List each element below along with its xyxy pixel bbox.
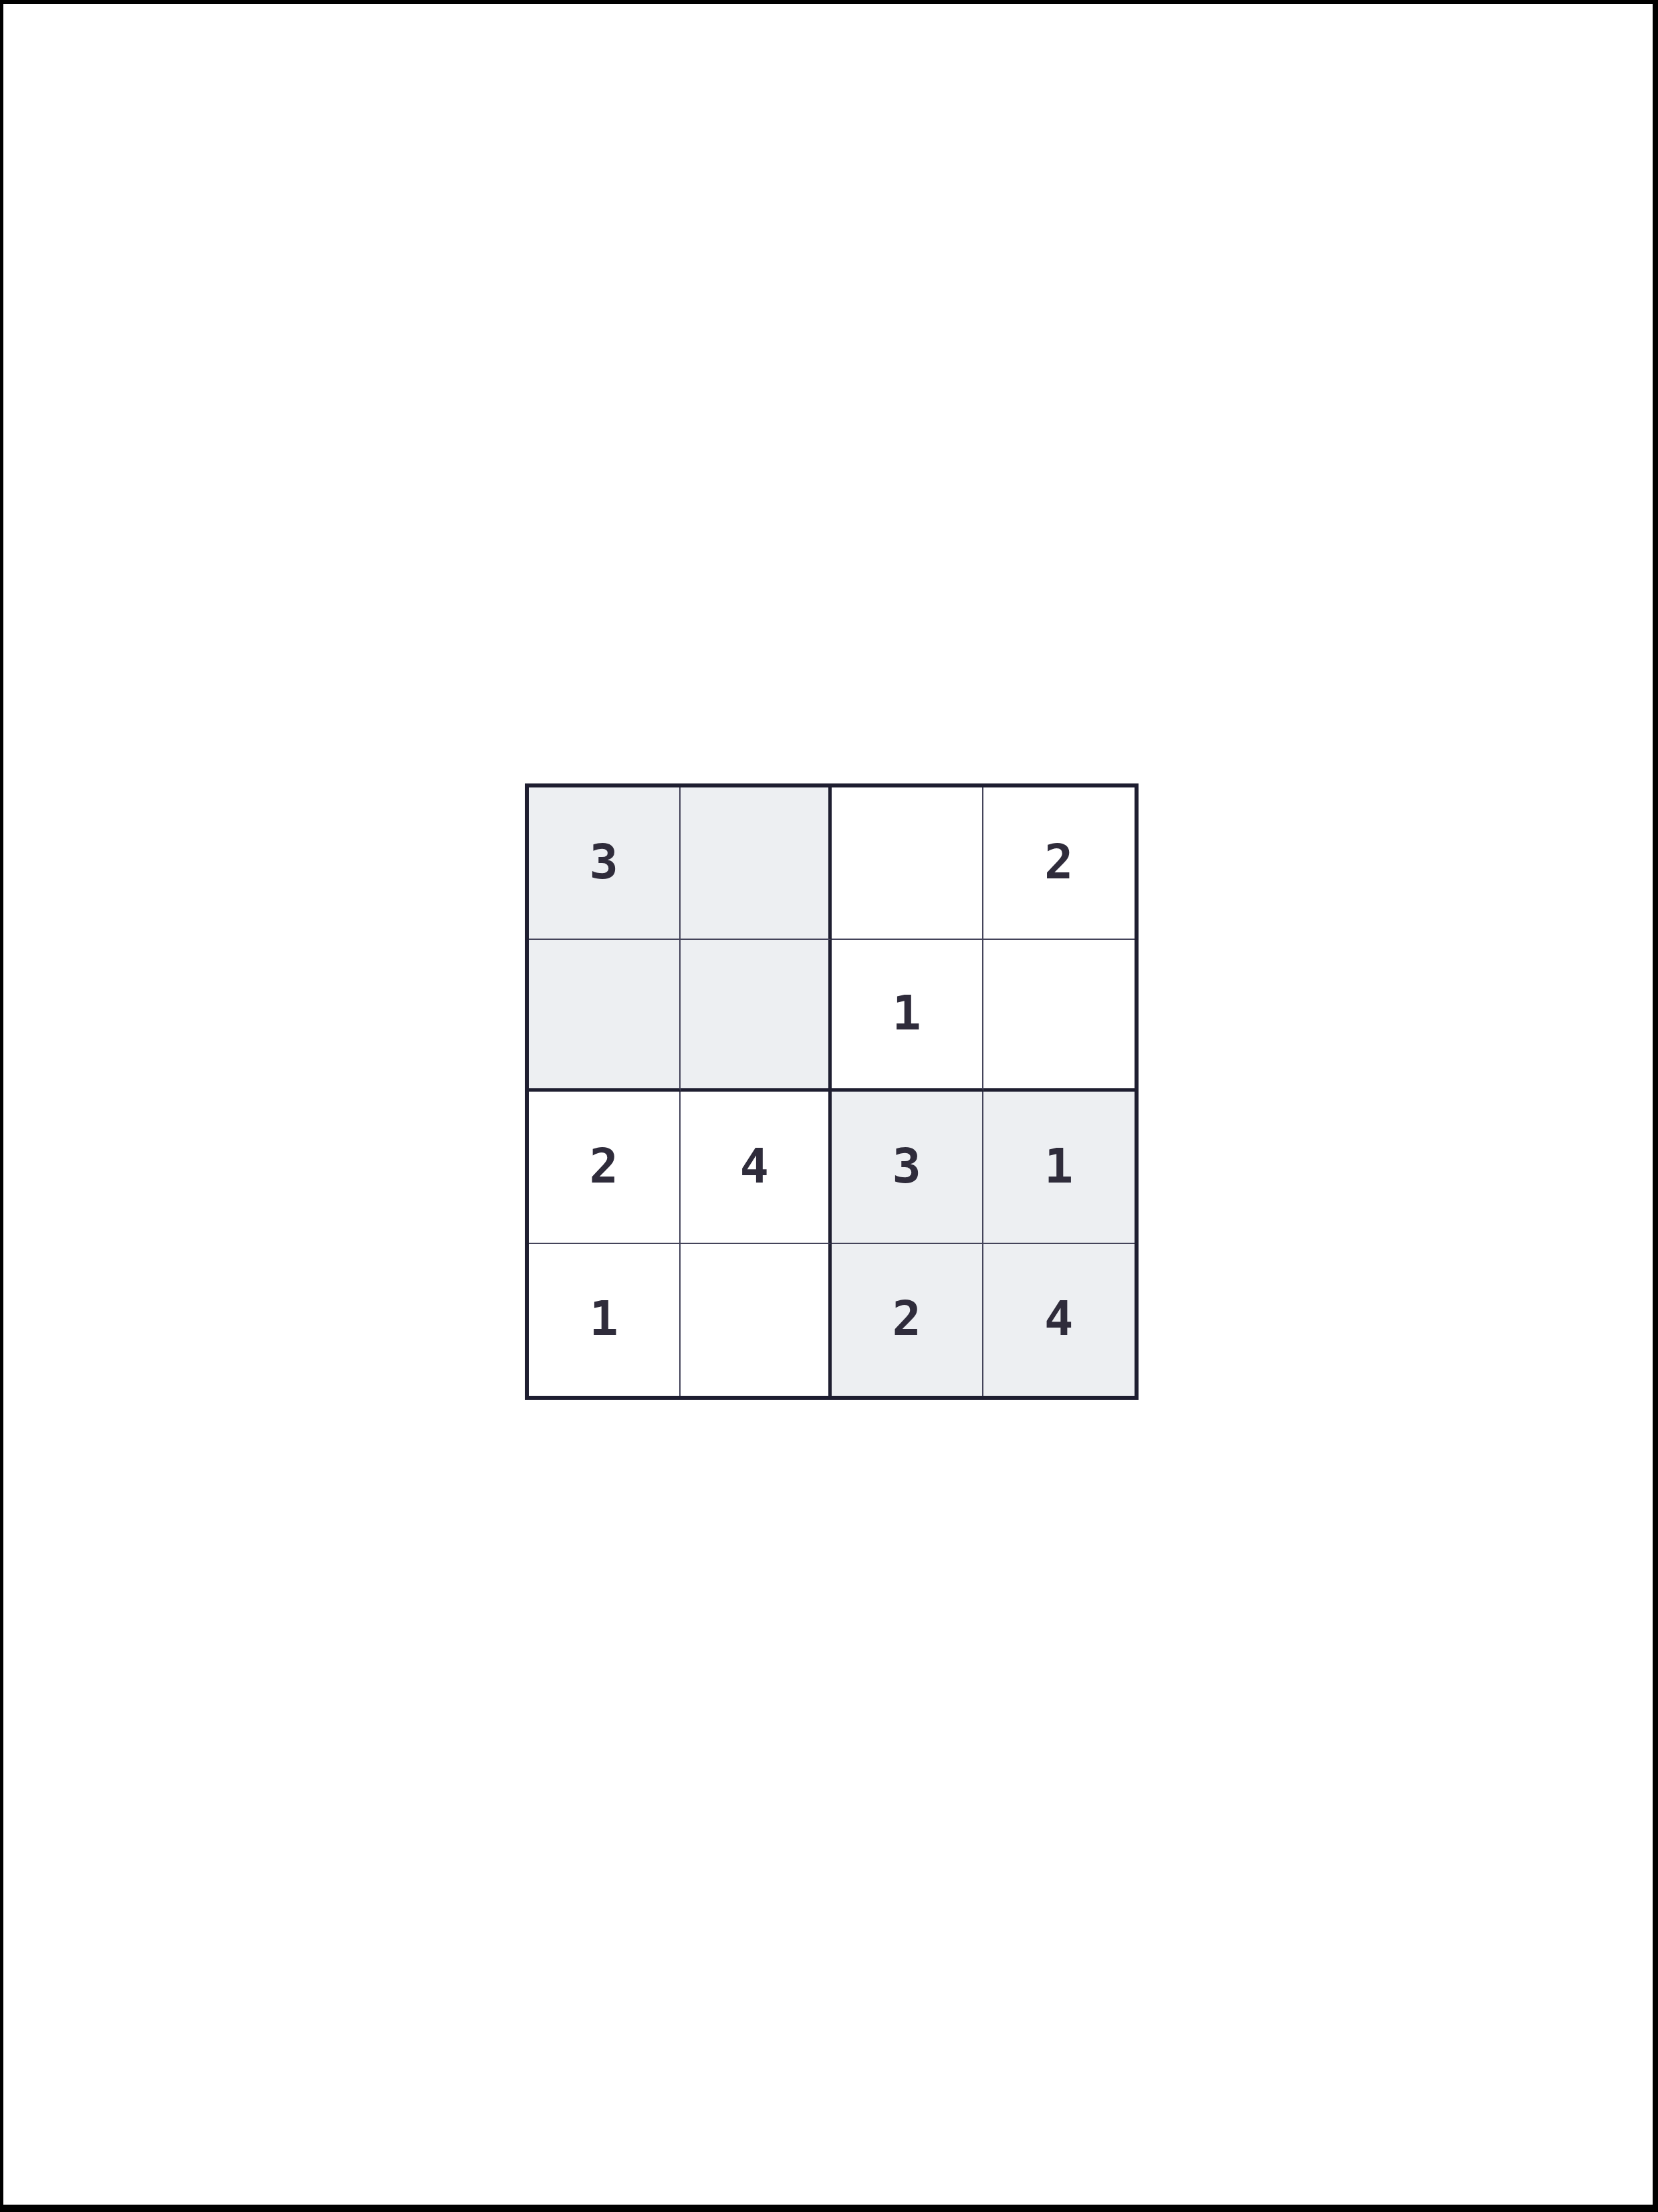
cell-r2c4 (983, 940, 1135, 1092)
cell-r3c2: 4 (681, 1092, 832, 1244)
cell-r4c4: 4 (983, 1244, 1135, 1396)
cell-r4c3: 2 (832, 1244, 983, 1396)
sudoku-grid: 3212431124 (525, 783, 1139, 1400)
cell-r1c2 (681, 787, 832, 940)
cell-r1c4: 2 (983, 787, 1135, 940)
clue-digit: 1 (893, 989, 921, 1037)
cell-r2c3: 1 (832, 940, 983, 1092)
cell-r2c1 (529, 940, 681, 1092)
clue-digit: 2 (590, 1142, 618, 1190)
clue-digit: 4 (740, 1142, 769, 1190)
cell-r3c1: 2 (529, 1092, 681, 1244)
scanned-page: 3212431124 (3, 4, 1653, 2205)
clue-digit: 3 (590, 838, 618, 886)
clue-digit: 3 (893, 1142, 921, 1190)
clue-digit: 2 (893, 1294, 921, 1342)
cell-r3c4: 1 (983, 1092, 1135, 1244)
clue-digit: 1 (1044, 1142, 1073, 1190)
cell-r1c1: 3 (529, 787, 681, 940)
cell-r2c2 (681, 940, 832, 1092)
clue-digit: 4 (1044, 1294, 1073, 1342)
cell-r4c2 (681, 1244, 832, 1396)
clue-digit: 1 (590, 1294, 618, 1342)
clue-digit: 2 (1044, 838, 1073, 886)
cell-r1c3 (832, 787, 983, 940)
cell-r4c1: 1 (529, 1244, 681, 1396)
cell-r3c3: 3 (832, 1092, 983, 1244)
